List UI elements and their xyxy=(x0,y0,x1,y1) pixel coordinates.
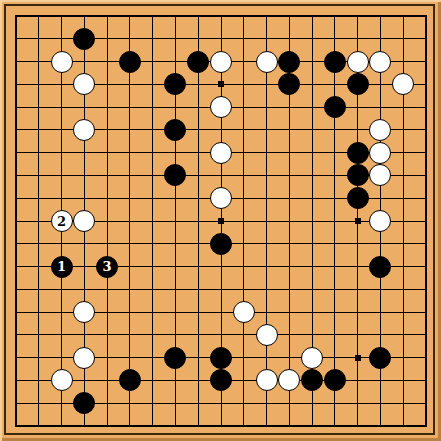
star-point xyxy=(218,81,224,87)
stone-black xyxy=(210,369,232,391)
stone-black xyxy=(347,142,369,164)
stone-white xyxy=(369,142,391,164)
stone-white xyxy=(73,210,95,232)
stone-white xyxy=(301,347,323,369)
stone-white xyxy=(392,73,414,95)
grid-line-horizontal xyxy=(15,266,427,267)
stone-white xyxy=(210,142,232,164)
star-point xyxy=(355,355,361,361)
stone-black xyxy=(164,347,186,369)
grid-line-horizontal xyxy=(15,289,427,290)
stone-white xyxy=(369,210,391,232)
stone-black xyxy=(324,369,346,391)
stone-white xyxy=(210,187,232,209)
grid-line-vertical xyxy=(266,15,267,427)
stone-white xyxy=(210,96,232,118)
stone-black xyxy=(164,73,186,95)
move-number-label: 2 xyxy=(57,215,66,228)
stone-white xyxy=(51,51,73,73)
stone-black xyxy=(164,164,186,186)
stone-black xyxy=(347,164,369,186)
stone-black xyxy=(301,369,323,391)
stone-white xyxy=(256,324,278,346)
stone-black xyxy=(324,51,346,73)
stone-white xyxy=(347,51,369,73)
stone-white: 2 xyxy=(51,210,73,232)
stone-white xyxy=(73,301,95,323)
stone-white xyxy=(369,119,391,141)
stone-white xyxy=(210,51,232,73)
stone-black xyxy=(347,187,369,209)
stone-white xyxy=(369,51,391,73)
grid-line-horizontal xyxy=(15,334,427,335)
stone-white xyxy=(278,369,300,391)
star-point xyxy=(355,218,361,224)
go-board[interactable]: 213 xyxy=(0,0,441,441)
stone-black: 3 xyxy=(96,256,118,278)
star-point xyxy=(218,218,224,224)
stone-black xyxy=(278,73,300,95)
stone-black xyxy=(347,73,369,95)
stone-black xyxy=(119,51,141,73)
stone-white xyxy=(256,51,278,73)
stone-black xyxy=(324,96,346,118)
stone-white xyxy=(73,73,95,95)
stone-black xyxy=(369,256,391,278)
stone-black xyxy=(119,369,141,391)
stone-white xyxy=(369,164,391,186)
grid-line-vertical xyxy=(425,15,427,427)
stone-black xyxy=(73,28,95,50)
stone-black xyxy=(369,347,391,369)
move-number-label: 1 xyxy=(57,260,66,273)
stone-black xyxy=(73,392,95,414)
grid-line-horizontal xyxy=(15,425,427,427)
move-number-label: 3 xyxy=(103,260,112,273)
stone-white xyxy=(73,119,95,141)
grid-line-vertical xyxy=(243,15,244,427)
stone-black xyxy=(210,233,232,255)
stone-black xyxy=(164,119,186,141)
stone-black xyxy=(278,51,300,73)
board-grid: 213 xyxy=(0,0,441,441)
stone-white xyxy=(51,369,73,391)
stone-black: 1 xyxy=(51,256,73,278)
grid-line-vertical xyxy=(334,15,335,427)
stone-white xyxy=(233,301,255,323)
stone-white xyxy=(73,347,95,369)
stone-black xyxy=(210,347,232,369)
stone-white xyxy=(256,369,278,391)
stone-black xyxy=(187,51,209,73)
